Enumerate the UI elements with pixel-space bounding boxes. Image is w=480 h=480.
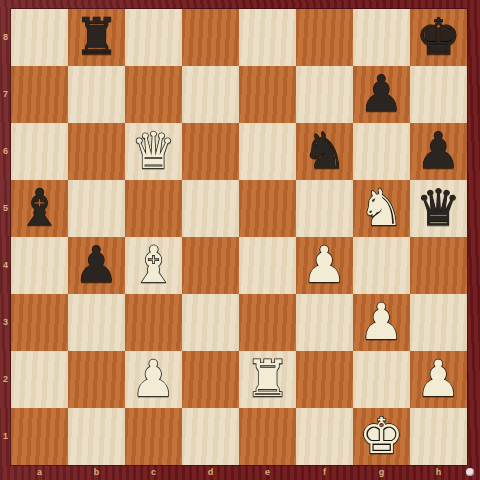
square-b1[interactable] — [68, 408, 125, 465]
square-h1[interactable] — [410, 408, 467, 465]
file-label-d: d — [182, 465, 239, 480]
square-e1[interactable] — [239, 408, 296, 465]
square-a2[interactable] — [11, 351, 68, 408]
square-g6[interactable] — [353, 123, 410, 180]
square-g4[interactable] — [353, 237, 410, 294]
square-a3[interactable] — [11, 294, 68, 351]
chess-board: ♜♚♟♛♞♟♝♞♛♟♝♟♟♟♜♟♚ — [11, 9, 467, 465]
square-c8[interactable] — [125, 9, 182, 66]
square-e3[interactable] — [239, 294, 296, 351]
file-label-a: a — [11, 465, 68, 480]
square-e5[interactable] — [239, 180, 296, 237]
square-g2[interactable] — [353, 351, 410, 408]
file-label-c: c — [125, 465, 182, 480]
square-g5[interactable]: ♞ — [353, 180, 410, 237]
square-g1[interactable]: ♚ — [353, 408, 410, 465]
square-a1[interactable] — [11, 408, 68, 465]
square-b4[interactable]: ♟ — [68, 237, 125, 294]
square-e6[interactable] — [239, 123, 296, 180]
square-d6[interactable] — [182, 123, 239, 180]
square-a4[interactable] — [11, 237, 68, 294]
square-f6[interactable]: ♞ — [296, 123, 353, 180]
piece-white-pawn-g3[interactable]: ♟ — [359, 297, 404, 347]
piece-white-pawn-c2[interactable]: ♟ — [131, 354, 176, 404]
chessboard-frame: ♜♚♟♛♞♟♝♞♛♟♝♟♟♟♜♟♚ 87654321 abcdefgh — [0, 0, 480, 480]
square-c4[interactable]: ♝ — [125, 237, 182, 294]
file-label-f: f — [296, 465, 353, 480]
square-e4[interactable] — [239, 237, 296, 294]
rank-label-1: 1 — [0, 408, 11, 465]
piece-white-bishop-c4[interactable]: ♝ — [131, 240, 176, 290]
square-c6[interactable]: ♛ — [125, 123, 182, 180]
square-b8[interactable]: ♜ — [68, 9, 125, 66]
rank-label-2: 2 — [0, 351, 11, 408]
piece-black-pawn-g7[interactable]: ♟ — [359, 69, 404, 119]
piece-black-king-h8[interactable]: ♚ — [416, 12, 461, 62]
square-h2[interactable]: ♟ — [410, 351, 467, 408]
square-d7[interactable] — [182, 66, 239, 123]
square-b2[interactable] — [68, 351, 125, 408]
square-f4[interactable]: ♟ — [296, 237, 353, 294]
square-h5[interactable]: ♛ — [410, 180, 467, 237]
square-d1[interactable] — [182, 408, 239, 465]
square-g7[interactable]: ♟ — [353, 66, 410, 123]
piece-black-bishop-a5[interactable]: ♝ — [17, 183, 62, 233]
square-d8[interactable] — [182, 9, 239, 66]
square-f8[interactable] — [296, 9, 353, 66]
square-c3[interactable] — [125, 294, 182, 351]
square-c5[interactable] — [125, 180, 182, 237]
piece-black-knight-f6[interactable]: ♞ — [302, 126, 347, 176]
square-f3[interactable] — [296, 294, 353, 351]
square-e2[interactable]: ♜ — [239, 351, 296, 408]
square-e8[interactable] — [239, 9, 296, 66]
piece-white-king-g1[interactable]: ♚ — [359, 411, 404, 461]
rank-label-7: 7 — [0, 66, 11, 123]
square-d2[interactable] — [182, 351, 239, 408]
rank-label-6: 6 — [0, 123, 11, 180]
square-f5[interactable] — [296, 180, 353, 237]
piece-black-pawn-h6[interactable]: ♟ — [416, 126, 461, 176]
square-h8[interactable]: ♚ — [410, 9, 467, 66]
square-a8[interactable] — [11, 9, 68, 66]
file-label-h: h — [410, 465, 467, 480]
piece-white-queen-c6[interactable]: ♛ — [131, 126, 176, 176]
piece-white-rook-e2[interactable]: ♜ — [245, 354, 290, 404]
white-to-move-indicator-dot — [466, 468, 474, 476]
piece-white-pawn-h2[interactable]: ♟ — [416, 354, 461, 404]
file-label-b: b — [68, 465, 125, 480]
square-h7[interactable] — [410, 66, 467, 123]
square-b6[interactable] — [68, 123, 125, 180]
piece-white-pawn-f4[interactable]: ♟ — [302, 240, 347, 290]
file-label-g: g — [353, 465, 410, 480]
rank-label-5: 5 — [0, 180, 11, 237]
square-d4[interactable] — [182, 237, 239, 294]
square-h6[interactable]: ♟ — [410, 123, 467, 180]
piece-white-knight-g5[interactable]: ♞ — [359, 183, 404, 233]
square-b5[interactable] — [68, 180, 125, 237]
square-d3[interactable] — [182, 294, 239, 351]
rank-label-8: 8 — [0, 9, 11, 66]
square-g3[interactable]: ♟ — [353, 294, 410, 351]
piece-black-queen-h5[interactable]: ♛ — [416, 183, 461, 233]
square-f1[interactable] — [296, 408, 353, 465]
piece-black-pawn-b4[interactable]: ♟ — [74, 240, 119, 290]
square-b3[interactable] — [68, 294, 125, 351]
square-f2[interactable] — [296, 351, 353, 408]
rank-label-3: 3 — [0, 294, 11, 351]
square-b7[interactable] — [68, 66, 125, 123]
piece-black-rook-b8[interactable]: ♜ — [74, 12, 119, 62]
square-a7[interactable] — [11, 66, 68, 123]
square-f7[interactable] — [296, 66, 353, 123]
square-c2[interactable]: ♟ — [125, 351, 182, 408]
square-h4[interactable] — [410, 237, 467, 294]
square-c1[interactable] — [125, 408, 182, 465]
square-d5[interactable] — [182, 180, 239, 237]
file-label-e: e — [239, 465, 296, 480]
square-c7[interactable] — [125, 66, 182, 123]
square-a5[interactable]: ♝ — [11, 180, 68, 237]
square-e7[interactable] — [239, 66, 296, 123]
rank-label-4: 4 — [0, 237, 11, 294]
square-a6[interactable] — [11, 123, 68, 180]
square-g8[interactable] — [353, 9, 410, 66]
square-h3[interactable] — [410, 294, 467, 351]
